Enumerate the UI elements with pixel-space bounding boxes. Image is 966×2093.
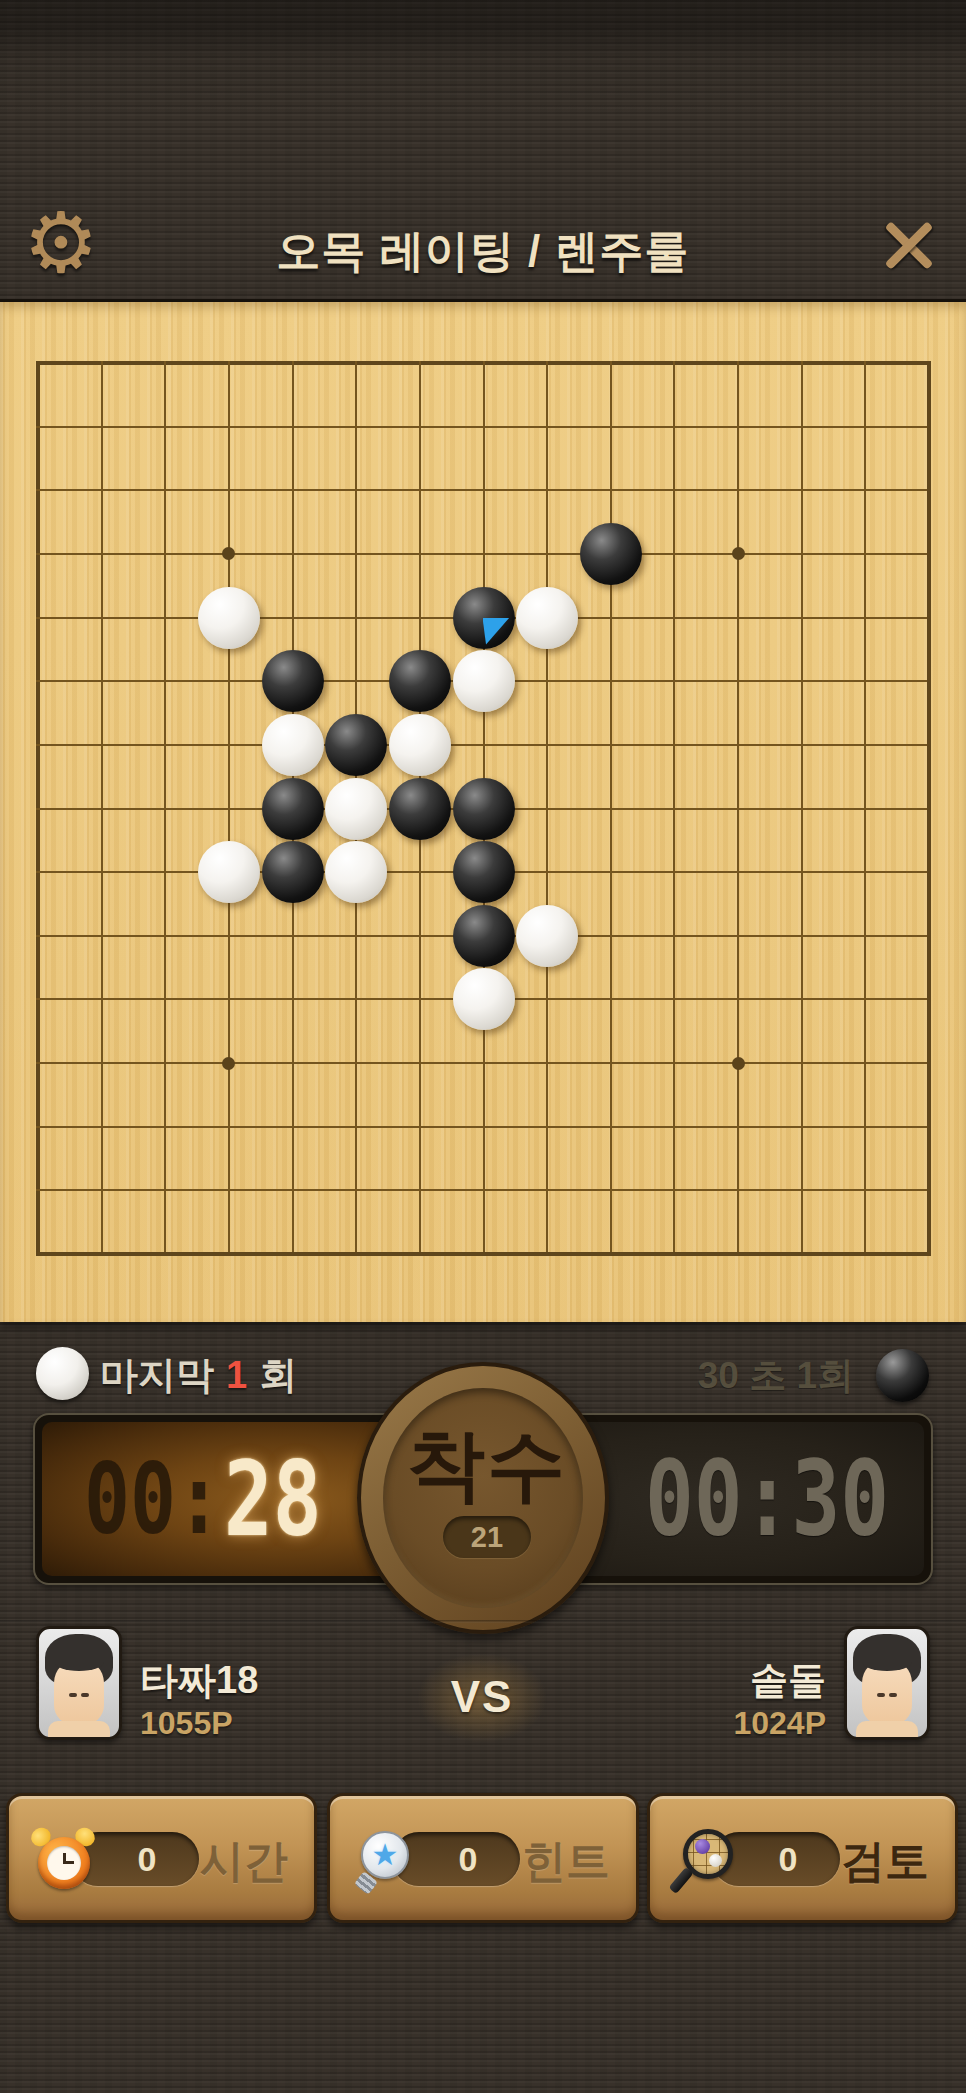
- black-stone: [389, 778, 451, 840]
- black-stone: [262, 841, 324, 903]
- white-stone: [198, 841, 260, 903]
- hint-button[interactable]: ★ 0 힌트: [327, 1793, 639, 1923]
- status-left-prefix: 마지막: [100, 1354, 214, 1396]
- status-right: 30 초 1회: [698, 1354, 854, 1398]
- board-gridline: [36, 1189, 931, 1191]
- black-stone: [262, 650, 324, 712]
- avatar-eye: [81, 1693, 89, 1697]
- review-count: 0: [746, 1832, 830, 1886]
- star-point: [222, 547, 235, 560]
- board-gridline: [864, 361, 866, 1256]
- board-gridline: [36, 1126, 931, 1128]
- black-stone: [453, 778, 515, 840]
- black-stone: [389, 650, 451, 712]
- top-bar: ⚙ 오목 레이팅 / 렌주룰: [0, 0, 966, 302]
- review-label: 검토: [841, 1798, 929, 1924]
- status-left-suffix: 회: [259, 1354, 297, 1396]
- player-right-points: 1024P: [733, 1705, 826, 1742]
- white-stone: [516, 587, 578, 649]
- timer-left-value: 28: [224, 1413, 322, 1585]
- hint-label: 힌트: [522, 1798, 610, 1924]
- omok-game-screen: ⚙ 오목 레이팅 / 렌주룰 마지막1회 30 초 1회 00: 28 00:3…: [0, 0, 966, 2093]
- board-gridline: [546, 361, 548, 1256]
- last-move-marker: [483, 618, 510, 645]
- black-stone: [453, 905, 515, 967]
- section-divider: [0, 1620, 966, 1623]
- magnifier-board-icon: [672, 1828, 738, 1894]
- star-point: [732, 1057, 745, 1070]
- white-stone: [198, 587, 260, 649]
- timer-right-value: 00:30: [645, 1413, 889, 1585]
- white-stone: [453, 968, 515, 1030]
- time-button[interactable]: 0 시간: [6, 1793, 317, 1923]
- avatar-eye: [69, 1693, 77, 1697]
- avatar-bangs: [862, 1652, 912, 1671]
- avatar-eye: [877, 1693, 885, 1697]
- review-button[interactable]: 0 검토: [647, 1793, 958, 1923]
- white-stone: [453, 650, 515, 712]
- time-label: 시간: [200, 1798, 288, 1924]
- move-number-badge: 21: [443, 1516, 531, 1558]
- white-stone: [389, 714, 451, 776]
- avatar-body: [856, 1721, 918, 1740]
- status-left-count: 1: [226, 1354, 247, 1396]
- light-bulb-icon: ★: [352, 1828, 418, 1894]
- avatar-body: [48, 1721, 110, 1740]
- white-stone: [325, 841, 387, 903]
- player-left-name: 타짜18: [140, 1655, 258, 1706]
- timer-left-ghost: 00:: [84, 1413, 222, 1585]
- status-left: 마지막1회: [100, 1352, 297, 1398]
- board-gridline: [36, 1252, 931, 1256]
- black-stone: [325, 714, 387, 776]
- white-stone: [262, 714, 324, 776]
- avatar-left[interactable]: [36, 1626, 122, 1740]
- star-point: [222, 1057, 235, 1070]
- white-stone-icon: [36, 1347, 89, 1400]
- board-gridline: [737, 361, 739, 1256]
- black-stone: [453, 587, 515, 649]
- black-stone: [580, 523, 642, 585]
- avatar-eye: [889, 1693, 897, 1697]
- star-point: [732, 547, 745, 560]
- black-stone: [453, 841, 515, 903]
- white-stone: [516, 905, 578, 967]
- player-right-name: 솥돌: [750, 1655, 826, 1706]
- page-title: 오목 레이팅 / 렌주룰: [0, 222, 966, 281]
- hint-count: 0: [426, 1832, 510, 1886]
- black-stone: [262, 778, 324, 840]
- alarm-clock-icon: [31, 1828, 97, 1894]
- move-medallion: 착수 21: [357, 1362, 609, 1634]
- board-gridline: [36, 1062, 931, 1064]
- close-button[interactable]: [876, 212, 942, 278]
- avatar-bangs: [54, 1652, 104, 1671]
- white-stone: [325, 778, 387, 840]
- move-label: 착수: [361, 1414, 613, 1519]
- board-gridline: [610, 361, 612, 1256]
- avatar-right[interactable]: [844, 1626, 930, 1740]
- time-count: 0: [105, 1832, 189, 1886]
- board-gridline: [801, 361, 803, 1256]
- black-stone-icon: [876, 1349, 929, 1402]
- game-board[interactable]: [0, 302, 966, 1322]
- board-gridline: [673, 361, 675, 1256]
- board-gridline: [927, 361, 931, 1256]
- vs-label: VS: [432, 1672, 532, 1722]
- player-left-points: 1055P: [140, 1705, 233, 1742]
